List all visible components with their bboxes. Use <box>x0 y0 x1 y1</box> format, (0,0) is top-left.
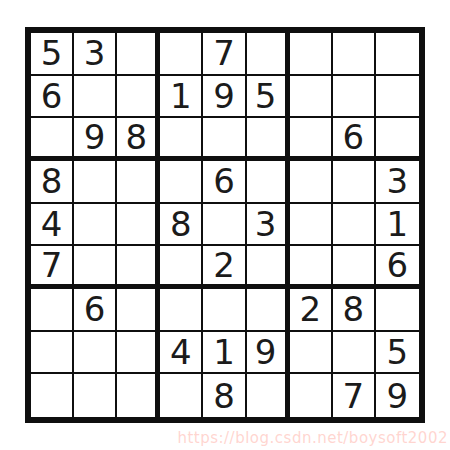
sudoku-cell[interactable]: 6 <box>333 118 376 161</box>
sudoku-cell[interactable] <box>74 374 117 417</box>
sudoku-cell[interactable] <box>290 374 333 417</box>
sudoku-cell[interactable] <box>376 289 419 332</box>
sudoku-cell[interactable] <box>376 76 419 119</box>
sudoku-cell[interactable] <box>376 33 419 76</box>
sudoku-cell[interactable]: 6 <box>203 161 246 204</box>
sudoku-cell[interactable]: 9 <box>247 332 290 375</box>
sudoku-cell[interactable]: 7 <box>203 33 246 76</box>
sudoku-cell[interactable] <box>117 161 160 204</box>
sudoku-cell[interactable] <box>247 246 290 289</box>
sudoku-cell[interactable] <box>117 374 160 417</box>
sudoku-cell[interactable] <box>74 204 117 247</box>
sudoku-cell[interactable] <box>117 33 160 76</box>
sudoku-cell[interactable] <box>160 289 203 332</box>
sudoku-cell[interactable] <box>74 332 117 375</box>
sudoku-cell[interactable]: 8 <box>117 118 160 161</box>
sudoku-cell[interactable] <box>160 161 203 204</box>
sudoku-cell[interactable]: 7 <box>333 374 376 417</box>
sudoku-cell[interactable] <box>160 374 203 417</box>
sudoku-cell[interactable] <box>247 161 290 204</box>
sudoku-cell[interactable]: 9 <box>203 76 246 119</box>
sudoku-cell[interactable] <box>290 33 333 76</box>
sudoku-cell[interactable]: 9 <box>376 374 419 417</box>
sudoku-cell[interactable] <box>333 33 376 76</box>
sudoku-cell[interactable]: 6 <box>74 289 117 332</box>
sudoku-cell[interactable] <box>290 332 333 375</box>
sudoku-cell[interactable] <box>333 204 376 247</box>
sudoku-cell[interactable] <box>247 118 290 161</box>
sudoku-cell[interactable]: 2 <box>203 246 246 289</box>
sudoku-cell[interactable]: 1 <box>160 76 203 119</box>
sudoku-cell[interactable] <box>160 33 203 76</box>
sudoku-cell[interactable] <box>203 204 246 247</box>
sudoku-cell[interactable] <box>117 289 160 332</box>
sudoku-cell[interactable] <box>333 161 376 204</box>
sudoku-cell[interactable]: 1 <box>203 332 246 375</box>
sudoku-cell[interactable]: 3 <box>376 161 419 204</box>
sudoku-cell[interactable]: 5 <box>247 76 290 119</box>
sudoku-cell[interactable] <box>247 33 290 76</box>
sudoku-cell[interactable] <box>247 374 290 417</box>
sudoku-cell[interactable]: 6 <box>376 246 419 289</box>
sudoku-cell[interactable]: 9 <box>74 118 117 161</box>
sudoku-cell[interactable] <box>290 246 333 289</box>
sudoku-cell[interactable] <box>117 246 160 289</box>
sudoku-cell[interactable] <box>203 118 246 161</box>
sudoku-cell[interactable]: 3 <box>247 204 290 247</box>
sudoku-cell[interactable]: 4 <box>160 332 203 375</box>
sudoku-cell[interactable] <box>160 118 203 161</box>
sudoku-cell[interactable]: 8 <box>160 204 203 247</box>
sudoku-cell[interactable] <box>376 118 419 161</box>
sudoku-cell[interactable] <box>74 161 117 204</box>
sudoku-cell[interactable] <box>203 289 246 332</box>
sudoku-cell[interactable] <box>247 289 290 332</box>
sudoku-cell[interactable] <box>333 76 376 119</box>
sudoku-cell[interactable] <box>31 289 74 332</box>
sudoku-cell[interactable] <box>117 204 160 247</box>
sudoku-page: 537619598686348317266284195879 https://b… <box>0 0 450 450</box>
sudoku-cell[interactable]: 1 <box>376 204 419 247</box>
sudoku-cell[interactable]: 2 <box>290 289 333 332</box>
sudoku-cell[interactable]: 4 <box>31 204 74 247</box>
sudoku-cell[interactable] <box>31 374 74 417</box>
sudoku-cell[interactable] <box>333 246 376 289</box>
sudoku-cell[interactable] <box>74 246 117 289</box>
sudoku-cell[interactable] <box>290 76 333 119</box>
sudoku-cell[interactable]: 7 <box>31 246 74 289</box>
watermark-text: https://blog.csdn.net/boysoft2002 <box>177 429 448 447</box>
sudoku-cell[interactable] <box>117 332 160 375</box>
sudoku-cell[interactable]: 8 <box>31 161 74 204</box>
sudoku-cell[interactable]: 5 <box>31 33 74 76</box>
sudoku-cell[interactable] <box>160 246 203 289</box>
sudoku-board: 537619598686348317266284195879 <box>25 27 425 423</box>
sudoku-cell[interactable] <box>74 76 117 119</box>
sudoku-cell[interactable] <box>333 332 376 375</box>
sudoku-cell[interactable] <box>31 118 74 161</box>
sudoku-cell[interactable]: 5 <box>376 332 419 375</box>
sudoku-cell[interactable] <box>117 76 160 119</box>
sudoku-cell[interactable] <box>290 161 333 204</box>
sudoku-cell[interactable] <box>290 118 333 161</box>
sudoku-cell[interactable]: 8 <box>203 374 246 417</box>
sudoku-cell[interactable]: 3 <box>74 33 117 76</box>
sudoku-cell[interactable]: 6 <box>31 76 74 119</box>
sudoku-cell[interactable]: 8 <box>333 289 376 332</box>
sudoku-cell[interactable] <box>31 332 74 375</box>
sudoku-cell[interactable] <box>290 204 333 247</box>
